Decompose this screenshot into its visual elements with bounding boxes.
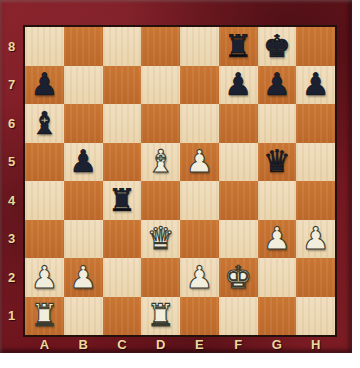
square-a6[interactable]: ♝ (25, 104, 64, 143)
square-e5[interactable]: ♟ (180, 143, 219, 182)
square-d3[interactable]: ♛ (141, 220, 180, 259)
square-d1[interactable]: ♜ (141, 297, 180, 336)
rank-label-5: 5 (0, 143, 23, 182)
square-f6[interactable] (219, 104, 258, 143)
square-c5[interactable] (103, 143, 142, 182)
square-g8[interactable]: ♚ (258, 27, 297, 66)
white-rook-d1: ♜ (147, 300, 175, 331)
file-label-e: E (180, 335, 219, 353)
square-g5[interactable]: ♛ (258, 143, 297, 182)
file-label-h: H (296, 335, 335, 353)
square-g4[interactable] (258, 181, 297, 220)
file-labels: ABCDEFGH (25, 335, 335, 353)
white-pawn-e5: ♟ (185, 146, 213, 177)
file-label-a: A (25, 335, 64, 353)
square-g2[interactable] (258, 258, 297, 297)
square-b8[interactable] (64, 27, 103, 66)
square-h4[interactable] (296, 181, 335, 220)
square-f5[interactable] (219, 143, 258, 182)
square-h1[interactable] (296, 297, 335, 336)
black-pawn-a7: ♟ (30, 69, 58, 100)
black-rook-f8: ♜ (224, 31, 252, 62)
square-c4[interactable]: ♜ (103, 181, 142, 220)
square-g6[interactable] (258, 104, 297, 143)
square-g3[interactable]: ♟ (258, 220, 297, 259)
square-f7[interactable]: ♟ (219, 66, 258, 105)
rank-label-1: 1 (0, 297, 23, 336)
square-f8[interactable]: ♜ (219, 27, 258, 66)
square-h8[interactable] (296, 27, 335, 66)
white-king-f2: ♚ (224, 262, 252, 293)
square-a8[interactable] (25, 27, 64, 66)
board-frame: 87654321 ♜♚♟♟♟♟♝♟♝♟♛♜♛♟♟♟♟♟♚♜♜ ABCDEFGH (0, 0, 352, 353)
square-c7[interactable] (103, 66, 142, 105)
square-b1[interactable] (64, 297, 103, 336)
square-h7[interactable]: ♟ (296, 66, 335, 105)
square-h2[interactable] (296, 258, 335, 297)
square-a4[interactable] (25, 181, 64, 220)
square-e2[interactable]: ♟ (180, 258, 219, 297)
square-b3[interactable] (64, 220, 103, 259)
square-b2[interactable]: ♟ (64, 258, 103, 297)
square-e8[interactable] (180, 27, 219, 66)
black-pawn-h7: ♟ (302, 69, 330, 100)
square-e6[interactable] (180, 104, 219, 143)
square-a3[interactable] (25, 220, 64, 259)
square-a5[interactable] (25, 143, 64, 182)
black-king-g8: ♚ (263, 31, 291, 62)
rank-label-7: 7 (0, 66, 23, 105)
square-c1[interactable] (103, 297, 142, 336)
white-bishop-d5: ♝ (147, 146, 175, 177)
square-c2[interactable] (103, 258, 142, 297)
square-f1[interactable] (219, 297, 258, 336)
file-label-c: C (103, 335, 142, 353)
square-h5[interactable] (296, 143, 335, 182)
square-e1[interactable] (180, 297, 219, 336)
white-queen-d3: ♛ (147, 223, 175, 254)
square-e3[interactable] (180, 220, 219, 259)
square-e7[interactable] (180, 66, 219, 105)
square-c3[interactable] (103, 220, 142, 259)
square-b6[interactable] (64, 104, 103, 143)
square-h6[interactable] (296, 104, 335, 143)
rank-label-4: 4 (0, 181, 23, 220)
white-pawn-h3: ♟ (302, 223, 330, 254)
square-g1[interactable] (258, 297, 297, 336)
square-b7[interactable] (64, 66, 103, 105)
square-e4[interactable] (180, 181, 219, 220)
file-label-d: D (141, 335, 180, 353)
square-d5[interactable]: ♝ (141, 143, 180, 182)
white-rook-a1: ♜ (30, 300, 58, 331)
rank-label-6: 6 (0, 104, 23, 143)
file-label-g: G (258, 335, 297, 353)
square-c6[interactable] (103, 104, 142, 143)
square-a1[interactable]: ♜ (25, 297, 64, 336)
chessboard: ♜♚♟♟♟♟♝♟♝♟♛♜♛♟♟♟♟♟♚♜♜ (23, 25, 337, 337)
file-label-b: B (64, 335, 103, 353)
rank-label-8: 8 (0, 27, 23, 66)
black-rook-c4: ♜ (108, 185, 136, 216)
rank-label-2: 2 (0, 258, 23, 297)
square-d7[interactable] (141, 66, 180, 105)
black-queen-g5: ♛ (263, 146, 291, 177)
square-d2[interactable] (141, 258, 180, 297)
square-f3[interactable] (219, 220, 258, 259)
white-pawn-e2: ♟ (185, 262, 213, 293)
white-pawn-g3: ♟ (263, 223, 291, 254)
square-f4[interactable] (219, 181, 258, 220)
white-pawn-b2: ♟ (69, 262, 97, 293)
square-d4[interactable] (141, 181, 180, 220)
square-c8[interactable] (103, 27, 142, 66)
square-d8[interactable] (141, 27, 180, 66)
square-f2[interactable]: ♚ (219, 258, 258, 297)
square-b4[interactable] (64, 181, 103, 220)
square-a2[interactable]: ♟ (25, 258, 64, 297)
black-pawn-f7: ♟ (224, 69, 252, 100)
black-pawn-g7: ♟ (263, 69, 291, 100)
square-h3[interactable]: ♟ (296, 220, 335, 259)
square-d6[interactable] (141, 104, 180, 143)
chess-diagram: 87654321 ♜♚♟♟♟♟♝♟♝♟♛♜♛♟♟♟♟♟♚♜♜ ABCDEFGH (0, 0, 360, 368)
square-a7[interactable]: ♟ (25, 66, 64, 105)
square-b5[interactable]: ♟ (64, 143, 103, 182)
black-pawn-b5: ♟ (69, 146, 97, 177)
file-label-f: F (219, 335, 258, 353)
black-bishop-a6: ♝ (30, 108, 58, 139)
square-g7[interactable]: ♟ (258, 66, 297, 105)
rank-labels: 87654321 (0, 27, 23, 335)
white-pawn-a2: ♟ (30, 262, 58, 293)
rank-label-3: 3 (0, 220, 23, 259)
